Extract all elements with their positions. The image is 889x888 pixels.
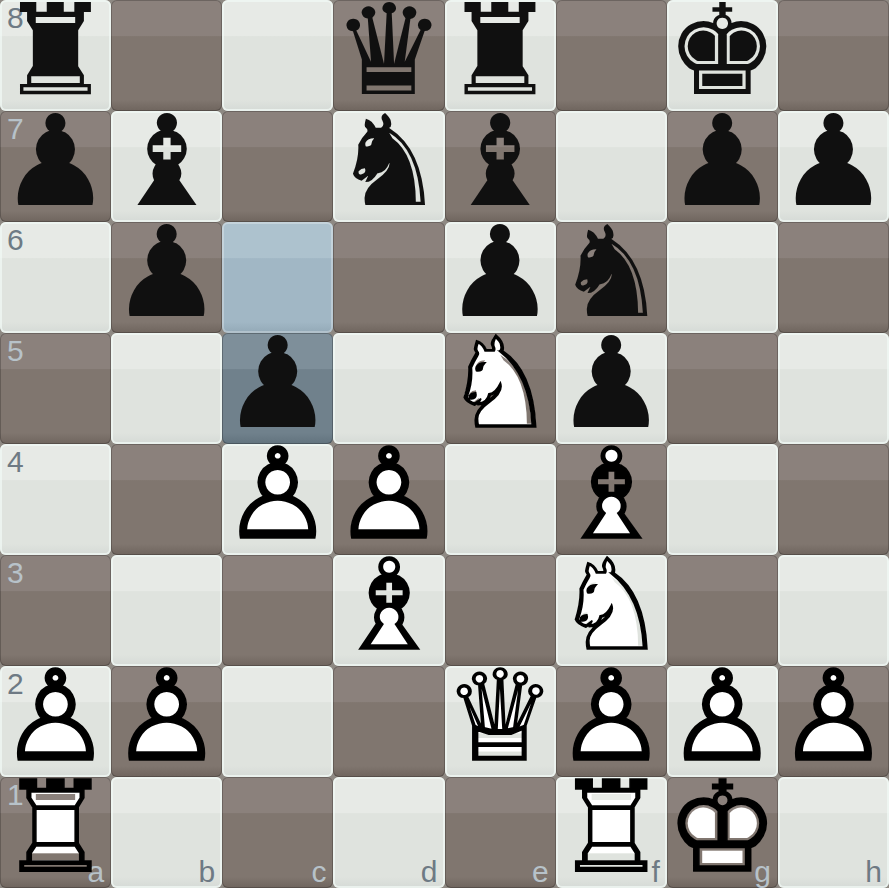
square-c4[interactable]: ♟♙ (222, 444, 333, 555)
piece-black-pawn[interactable]: ♟ (0, 111, 111, 222)
file-label-e: e (532, 857, 549, 887)
black-knight-glyph: ♞ (332, 98, 445, 224)
square-a6[interactable]: 6 (0, 222, 111, 333)
square-d1[interactable]: d (333, 777, 444, 888)
square-f8[interactable] (556, 0, 667, 111)
square-g1[interactable]: g♚♔ (667, 777, 778, 888)
file-label-d: d (421, 857, 438, 887)
file-label-h: h (865, 857, 882, 887)
square-b6[interactable]: ♟ (111, 222, 222, 333)
square-b2[interactable]: ♟♙ (111, 666, 222, 777)
square-e2[interactable]: ♛♕ (445, 666, 556, 777)
square-e5[interactable]: ♞♘ (445, 333, 556, 444)
piece-white-pawn[interactable]: ♟♙ (222, 444, 333, 555)
square-b5[interactable] (111, 333, 222, 444)
square-b1[interactable]: b (111, 777, 222, 888)
chess-board: 8♜♛♜♚7♟♝♞♝♟♟6♟♟♞5♟♞♘♟4♟♙♟♙♝♗3♝♗♞♘2♟♙♟♙♛♕… (0, 0, 889, 888)
piece-white-knight[interactable]: ♞♘ (445, 333, 556, 444)
black-pawn-glyph: ♟ (666, 98, 779, 224)
black-pawn-glyph: ♟ (0, 98, 112, 224)
black-pawn-glyph: ♟ (110, 209, 223, 335)
piece-black-pawn[interactable]: ♟ (111, 222, 222, 333)
piece-white-pawn[interactable]: ♟♙ (778, 666, 889, 777)
square-a4[interactable]: 4 (0, 444, 111, 555)
piece-black-knight[interactable]: ♞ (333, 111, 444, 222)
square-h5[interactable] (778, 333, 889, 444)
piece-white-bishop[interactable]: ♝♗ (333, 555, 444, 666)
square-c1[interactable]: c (222, 777, 333, 888)
square-f1[interactable]: f♜♖ (556, 777, 667, 888)
square-b4[interactable] (111, 444, 222, 555)
square-e4[interactable] (445, 444, 556, 555)
square-d2[interactable] (333, 666, 444, 777)
piece-white-rook[interactable]: ♜♖ (556, 777, 667, 888)
square-a7[interactable]: 7♟ (0, 111, 111, 222)
white-pawn-outline: ♙ (221, 431, 334, 557)
square-c7[interactable] (222, 111, 333, 222)
square-g4[interactable] (667, 444, 778, 555)
rank-label-3: 3 (7, 558, 24, 588)
white-knight-outline: ♘ (444, 320, 557, 446)
square-c3[interactable] (222, 555, 333, 666)
piece-white-rook[interactable]: ♜♖ (0, 777, 111, 888)
piece-white-queen[interactable]: ♛♕ (445, 666, 556, 777)
piece-white-pawn[interactable]: ♟♙ (111, 666, 222, 777)
rank-label-5: 5 (7, 336, 24, 366)
file-label-b: b (199, 857, 216, 887)
square-d7[interactable]: ♞ (333, 111, 444, 222)
white-bishop-outline: ♗ (332, 542, 445, 668)
square-e1[interactable]: e (445, 777, 556, 888)
rank-label-4: 4 (7, 447, 24, 477)
white-queen-outline: ♕ (444, 653, 557, 779)
square-a1[interactable]: 1a♜♖ (0, 777, 111, 888)
square-c2[interactable] (222, 666, 333, 777)
square-h7[interactable]: ♟ (778, 111, 889, 222)
white-pawn-outline: ♙ (110, 653, 223, 779)
piece-white-king[interactable]: ♚♔ (667, 777, 778, 888)
square-c8[interactable] (222, 0, 333, 111)
square-h1[interactable]: h (778, 777, 889, 888)
white-rook-outline: ♖ (0, 764, 112, 888)
white-pawn-outline: ♙ (777, 653, 889, 779)
square-h6[interactable] (778, 222, 889, 333)
piece-black-pawn[interactable]: ♟ (667, 111, 778, 222)
square-h4[interactable] (778, 444, 889, 555)
square-g6[interactable] (667, 222, 778, 333)
square-d6[interactable] (333, 222, 444, 333)
square-g5[interactable] (667, 333, 778, 444)
black-pawn-glyph: ♟ (777, 98, 889, 224)
square-g7[interactable]: ♟ (667, 111, 778, 222)
white-king-outline: ♔ (666, 764, 779, 888)
square-a5[interactable]: 5 (0, 333, 111, 444)
square-h2[interactable]: ♟♙ (778, 666, 889, 777)
piece-black-pawn[interactable]: ♟ (778, 111, 889, 222)
white-rook-outline: ♖ (555, 764, 668, 888)
square-d3[interactable]: ♝♗ (333, 555, 444, 666)
file-label-c: c (311, 857, 326, 887)
